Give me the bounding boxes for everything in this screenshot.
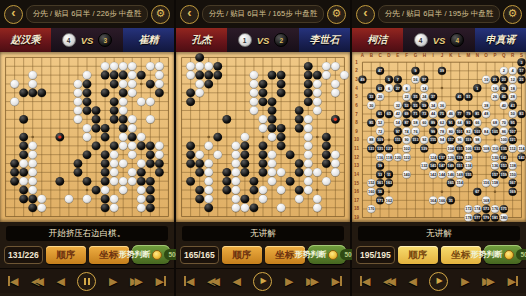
svg-text:92: 92 (422, 138, 426, 142)
svg-text:A: A (361, 53, 365, 58)
move-counter: 195/195 (356, 246, 395, 264)
svg-text:67: 67 (475, 190, 479, 194)
controls-row: 195/195 顺序 坐标 形势判断 500 (352, 241, 526, 268)
svg-text:40: 40 (502, 104, 506, 108)
coin-icon (504, 250, 514, 260)
svg-text:57: 57 (422, 78, 426, 82)
back-button[interactable]: ‹ (356, 5, 375, 24)
game-info-pill: 分先 / 贴目 6目半 / 226步 中盘胜 (26, 5, 148, 23)
svg-text:155: 155 (465, 173, 471, 177)
white-stone-badge: 1 (238, 33, 252, 47)
player-right-area: 申真谞 (475, 28, 526, 52)
svg-text:2: 2 (503, 69, 505, 73)
svg-text:173: 173 (483, 207, 489, 211)
svg-text:109: 109 (377, 138, 383, 142)
svg-text:101: 101 (456, 130, 462, 134)
svg-text:M: M (467, 53, 471, 58)
svg-text:87: 87 (404, 121, 408, 125)
svg-text:38: 38 (484, 104, 488, 108)
svg-text:86: 86 (502, 130, 506, 134)
player-left-area: 柯洁 (352, 28, 403, 52)
svg-text:13: 13 (378, 173, 382, 177)
svg-text:115: 115 (430, 138, 436, 142)
svg-text:161: 161 (377, 182, 383, 186)
gear-icon: ⚙ (332, 7, 342, 19)
svg-text:36: 36 (440, 104, 444, 108)
svg-text:93: 93 (466, 121, 470, 125)
judge-button[interactable]: 形势判断 500 (308, 245, 346, 264)
svg-text:46: 46 (449, 112, 453, 116)
order-button[interactable]: 顺序 (46, 246, 86, 264)
svg-text:127: 127 (386, 147, 392, 151)
top-bar: ‹ 分先 / 贴目 6目半 / 165步 中盘胜 ⚙ (176, 0, 350, 28)
svg-text:72: 72 (378, 130, 382, 134)
player-right-name: 申真谞 (486, 33, 516, 47)
svg-text:25: 25 (519, 78, 523, 82)
svg-text:12: 12 (354, 155, 360, 160)
svg-text:99: 99 (431, 130, 435, 134)
svg-text:52: 52 (378, 121, 382, 125)
svg-text:7: 7 (397, 78, 399, 82)
step-forward-button[interactable]: ▶ (461, 276, 469, 287)
player-left-area: 赵汉乘 (0, 28, 51, 52)
svg-text:158: 158 (492, 182, 498, 186)
svg-text:13: 13 (354, 163, 360, 168)
game-info-pill: 分先 / 贴目 6目半 / 165步 中盘胜 (202, 5, 324, 23)
svg-text:16: 16 (493, 87, 497, 91)
svg-text:98: 98 (475, 138, 479, 142)
svg-text:D: D (387, 53, 391, 58)
svg-text:91: 91 (449, 121, 453, 125)
move-counter: 165/165 (180, 246, 219, 264)
svg-text:28: 28 (511, 95, 515, 99)
svg-text:104: 104 (448, 147, 455, 151)
svg-text:82: 82 (466, 130, 470, 134)
settings-button[interactable]: ⚙ (151, 5, 170, 24)
skip-to-start-button[interactable]: ◀ (360, 276, 370, 287)
svg-text:50: 50 (511, 112, 515, 116)
vs-label: VS (81, 35, 94, 46)
svg-text:3: 3 (355, 77, 358, 82)
pause-icon (88, 278, 90, 285)
svg-text:10: 10 (484, 78, 488, 82)
svg-text:118: 118 (386, 156, 392, 160)
play-pause-button[interactable]: ▶ (253, 272, 272, 291)
svg-text:103: 103 (474, 130, 480, 134)
step-back-button[interactable]: ◀ (56, 276, 64, 287)
svg-text:70: 70 (502, 121, 506, 125)
svg-text:11: 11 (354, 146, 359, 151)
svg-text:137: 137 (439, 156, 445, 160)
svg-text:E: E (396, 53, 399, 58)
svg-text:J: J (441, 53, 444, 58)
top-bar: ‹ 分先 / 贴目 6目半 / 195步 中盘胜 ⚙ (352, 0, 526, 28)
svg-text:140: 140 (403, 173, 409, 177)
game-panel-3: ‹ 分先 / 贴目 6目半 / 195步 中盘胜 ⚙ 柯洁 4 VS 4 申真谞… (352, 0, 526, 296)
judge-label: 形势判断 (294, 249, 326, 260)
black-stone-badge: 4 (450, 33, 464, 47)
playback-bar: ◀ ◀◀ ◀ ▶ ▶ ▶▶ ▶ (176, 268, 350, 293)
svg-text:108: 108 (483, 147, 489, 151)
player-right-area: 崔精 (123, 28, 174, 52)
svg-text:138: 138 (509, 164, 515, 168)
svg-text:141: 141 (501, 156, 507, 160)
svg-text:16: 16 (354, 189, 360, 194)
svg-text:152: 152 (368, 182, 374, 186)
back-icon: ‹ (363, 5, 367, 20)
svg-text:R: R (511, 53, 515, 58)
svg-text:160: 160 (368, 190, 374, 194)
svg-text:178: 178 (465, 216, 471, 220)
order-button[interactable]: 顺序 (398, 246, 438, 264)
vs-label: VS (257, 35, 270, 46)
svg-text:G: G (414, 53, 418, 58)
svg-text:148: 148 (456, 173, 462, 177)
svg-text:45: 45 (502, 95, 506, 99)
svg-text:163: 163 (386, 182, 392, 186)
vs-area: 4 VS 4 (403, 28, 475, 52)
svg-text:110: 110 (492, 147, 498, 151)
svg-text:18: 18 (511, 87, 515, 91)
svg-text:41: 41 (458, 95, 462, 99)
fast-forward-button[interactable]: ▶▶ (482, 276, 495, 287)
svg-text:116: 116 (377, 156, 383, 160)
svg-text:100: 100 (501, 138, 507, 142)
player-left-name: 孔杰 (192, 33, 212, 47)
player-bar: 孔杰 1 VS 2 李世石 (176, 28, 350, 52)
svg-text:14: 14 (354, 172, 360, 177)
settings-button[interactable]: ⚙ (327, 5, 346, 24)
svg-text:167: 167 (509, 182, 515, 186)
controls-row: 131/226 顺序 坐标 形势判断 500 (0, 241, 174, 268)
svg-text:177: 177 (474, 216, 480, 220)
back-button[interactable]: ‹ (180, 5, 199, 24)
svg-text:151: 151 (456, 164, 462, 168)
svg-text:56: 56 (413, 78, 417, 82)
skip-to-start-button[interactable]: ◀ (8, 276, 18, 287)
svg-text:53: 53 (404, 104, 408, 108)
svg-text:95: 95 (511, 121, 515, 125)
go-app-triple-view: ‹ 分先 / 贴目 6目半 / 226步 中盘胜 ⚙ 赵汉乘 4 VS 3 崔精… (0, 0, 526, 296)
svg-text:I: I (432, 53, 433, 58)
player-left-name: 赵汉乘 (11, 33, 41, 47)
svg-text:129: 129 (421, 147, 427, 151)
vs-area: 4 VS 3 (51, 28, 123, 52)
svg-text:55: 55 (413, 104, 417, 108)
svg-text:117: 117 (448, 138, 454, 142)
svg-text:6: 6 (355, 103, 358, 108)
play-icon: ▶ (260, 277, 266, 285)
player-right-area: 李世石 (299, 28, 350, 52)
svg-text:27: 27 (396, 87, 400, 91)
svg-text:112: 112 (510, 147, 516, 151)
svg-text:17: 17 (519, 69, 523, 73)
svg-text:L: L (458, 53, 461, 58)
svg-text:166: 166 (439, 199, 445, 203)
svg-text:31: 31 (449, 199, 453, 203)
svg-text:26: 26 (493, 95, 497, 99)
svg-text:78: 78 (440, 130, 444, 134)
svg-text:150: 150 (509, 173, 515, 177)
game-panel-2: ‹ 分先 / 贴目 6目半 / 165步 中盘胜 ⚙ 孔杰 1 VS 2 李世石… (176, 0, 350, 296)
fast-forward-button[interactable]: ▶▶ (306, 276, 319, 287)
judge-label: 形势判断 (470, 249, 502, 260)
player-bar: 赵汉乘 4 VS 3 崔精 (0, 28, 174, 52)
svg-text:176: 176 (492, 207, 498, 211)
svg-text:144: 144 (439, 173, 446, 177)
svg-text:165: 165 (448, 182, 454, 186)
svg-text:S: S (520, 53, 523, 58)
player-bar: 柯洁 4 VS 4 申真谞 (352, 28, 526, 52)
svg-text:179: 179 (483, 216, 489, 220)
go-board[interactable] (0, 52, 174, 222)
svg-text:65: 65 (387, 112, 391, 116)
go-board[interactable]: ABCDEFGHIJKLMNOPQRS123456789101112131415… (352, 52, 526, 222)
svg-text:10: 10 (354, 137, 360, 142)
svg-text:121: 121 (509, 138, 515, 142)
svg-text:174: 174 (474, 207, 481, 211)
svg-text:145: 145 (430, 164, 436, 168)
svg-text:6: 6 (388, 87, 390, 91)
svg-text:23: 23 (502, 78, 506, 82)
svg-text:15: 15 (378, 190, 382, 194)
svg-text:59: 59 (422, 104, 426, 108)
svg-text:123: 123 (368, 147, 374, 151)
svg-text:39: 39 (440, 69, 444, 73)
svg-text:33: 33 (369, 95, 373, 99)
back-icon: ‹ (187, 5, 191, 20)
svg-text:156: 156 (483, 182, 489, 186)
svg-text:135: 135 (501, 147, 507, 151)
svg-text:97: 97 (396, 130, 400, 134)
move-counter: 131/226 (4, 246, 43, 264)
svg-text:35: 35 (413, 95, 417, 99)
svg-text:143: 143 (518, 156, 524, 160)
svg-text:107: 107 (509, 130, 515, 134)
svg-text:105: 105 (492, 130, 498, 134)
vs-area: 1 VS 2 (227, 28, 299, 52)
commentary-bar: 无讲解 (182, 226, 344, 241)
svg-text:154: 154 (456, 182, 463, 186)
step-back-button[interactable]: ◀ (408, 276, 416, 287)
gear-icon: ⚙ (508, 7, 518, 19)
svg-text:18: 18 (354, 207, 360, 212)
svg-text:58: 58 (413, 121, 417, 125)
svg-text:162: 162 (386, 199, 392, 203)
player-right-name: 崔精 (139, 33, 159, 47)
rewind-button[interactable]: ◀◀ (207, 276, 220, 287)
svg-text:K: K (449, 53, 453, 58)
svg-text:30: 30 (369, 104, 373, 108)
svg-text:73: 73 (422, 112, 426, 116)
rewind-button[interactable]: ◀◀ (383, 276, 396, 287)
step-forward-button[interactable]: ▶ (109, 276, 117, 287)
svg-text:114: 114 (518, 147, 525, 151)
svg-text:76: 76 (413, 130, 417, 134)
svg-text:3: 3 (520, 61, 522, 65)
svg-text:77: 77 (458, 112, 462, 116)
step-forward-button[interactable]: ▶ (285, 276, 293, 287)
coin-count: 500 (516, 249, 526, 260)
svg-text:21: 21 (493, 78, 497, 82)
svg-text:19: 19 (378, 164, 382, 168)
svg-text:71: 71 (413, 112, 417, 116)
svg-text:N: N (476, 53, 479, 58)
svg-text:51: 51 (466, 95, 470, 99)
svg-text:130: 130 (492, 156, 498, 160)
pause-icon (84, 278, 86, 285)
svg-text:96: 96 (458, 138, 462, 142)
svg-text:120: 120 (395, 156, 401, 160)
svg-text:32: 32 (396, 104, 400, 108)
svg-text:119: 119 (465, 138, 471, 142)
svg-text:2: 2 (355, 68, 358, 73)
order-button[interactable]: 顺序 (222, 246, 262, 264)
controls-row: 165/165 顺序 坐标 形势判断 500 (176, 241, 350, 268)
back-button[interactable]: ‹ (4, 5, 23, 24)
svg-text:B: B (370, 53, 374, 58)
svg-text:159: 159 (501, 173, 507, 177)
top-bar: ‹ 分先 / 贴目 6目半 / 226步 中盘胜 ⚙ (0, 0, 174, 28)
svg-text:168: 168 (483, 199, 489, 203)
playback-bar: ◀ ◀◀ ◀ ▶ ▶ ▶▶ ▶ (0, 268, 174, 293)
svg-text:75: 75 (440, 112, 444, 116)
svg-text:1: 1 (355, 60, 358, 65)
go-board[interactable] (176, 52, 350, 222)
coin-icon (152, 250, 162, 260)
commentary-bar: 无讲解 (358, 226, 520, 241)
commentary-bar: 开始挤压右边白棋。 (6, 226, 168, 241)
skip-to-end-button[interactable]: ▶ (155, 276, 165, 287)
svg-text:C: C (378, 53, 382, 58)
svg-text:146: 146 (448, 173, 454, 177)
svg-text:124: 124 (430, 156, 437, 160)
svg-text:147: 147 (439, 164, 445, 168)
black-stone-badge: 3 (98, 33, 112, 47)
svg-text:149: 149 (448, 164, 454, 168)
skip-to-start-button[interactable]: ◀ (184, 276, 194, 287)
svg-text:29: 29 (502, 87, 506, 91)
svg-text:171: 171 (377, 199, 383, 203)
svg-text:66: 66 (475, 121, 479, 125)
svg-text:62: 62 (440, 121, 444, 125)
svg-text:37: 37 (431, 95, 435, 99)
game-panel-1: ‹ 分先 / 贴目 6目半 / 226步 中盘胜 ⚙ 赵汉乘 4 VS 3 崔精… (0, 0, 174, 296)
svg-text:83: 83 (519, 112, 523, 116)
svg-text:90: 90 (404, 138, 408, 142)
svg-text:O: O (484, 53, 488, 58)
svg-text:79: 79 (466, 112, 470, 116)
svg-text:132: 132 (421, 164, 427, 168)
fast-forward-button[interactable]: ▶▶ (130, 276, 143, 287)
svg-text:181: 181 (492, 216, 498, 220)
white-stone-badge: 4 (62, 33, 76, 47)
svg-text:68: 68 (493, 121, 497, 125)
svg-text:126: 126 (448, 156, 454, 160)
svg-text:133: 133 (474, 147, 480, 151)
black-stone-badge: 2 (274, 33, 288, 47)
back-icon: ‹ (11, 5, 15, 20)
svg-text:48: 48 (484, 112, 488, 116)
svg-text:8: 8 (406, 87, 408, 91)
svg-text:8: 8 (355, 120, 358, 125)
svg-text:89: 89 (431, 121, 435, 125)
settings-button[interactable]: ⚙ (503, 5, 522, 24)
white-stone-badge: 4 (414, 33, 428, 47)
svg-text:134: 134 (465, 164, 472, 168)
svg-text:106: 106 (465, 147, 471, 151)
svg-text:169: 169 (509, 190, 515, 194)
vs-label: VS (433, 35, 446, 46)
svg-text:20: 20 (378, 95, 382, 99)
svg-text:9: 9 (355, 129, 358, 134)
svg-text:H: H (423, 53, 426, 58)
skip-to-end-button[interactable]: ▶ (507, 276, 517, 287)
play-pause-button[interactable]: ▶ (77, 272, 96, 291)
gear-icon: ⚙ (156, 7, 166, 19)
player-right-name: 李世石 (310, 33, 340, 47)
svg-text:5: 5 (388, 78, 390, 82)
board-area[interactable] (176, 52, 350, 222)
svg-text:139: 139 (456, 156, 462, 160)
svg-text:85: 85 (369, 121, 373, 125)
svg-text:11: 11 (387, 173, 391, 177)
svg-text:19: 19 (354, 215, 360, 220)
judge-button[interactable]: 形势判断 500 (132, 245, 170, 264)
svg-text:60: 60 (422, 121, 426, 125)
svg-text:170: 170 (368, 207, 374, 211)
svg-text:P: P (493, 53, 496, 58)
svg-text:9: 9 (414, 69, 416, 73)
svg-text:111: 111 (395, 138, 401, 142)
board-area[interactable]: ABCDEFGHIJKLMNOPQRS123456789101112131415… (352, 52, 526, 222)
svg-text:47: 47 (378, 69, 382, 73)
svg-text:102: 102 (403, 147, 409, 151)
svg-text:42: 42 (396, 112, 400, 116)
play-pause-button[interactable]: ▶ (429, 272, 448, 291)
rewind-button[interactable]: ◀◀ (31, 276, 44, 287)
svg-text:88: 88 (369, 138, 373, 142)
playback-bar: ◀ ◀◀ ◀ ▶ ▶ ▶▶ ▶ (352, 268, 526, 293)
svg-text:17: 17 (354, 198, 360, 203)
step-back-button[interactable]: ◀ (232, 276, 240, 287)
svg-text:7: 7 (355, 112, 358, 117)
svg-text:4: 4 (355, 86, 358, 91)
board-area[interactable] (0, 52, 174, 222)
svg-text:63: 63 (378, 87, 382, 91)
svg-text:142: 142 (430, 173, 436, 177)
svg-text:F: F (405, 53, 408, 58)
svg-text:128: 128 (465, 156, 471, 160)
svg-text:43: 43 (511, 104, 515, 108)
play-icon: ▶ (436, 277, 442, 285)
svg-text:81: 81 (475, 112, 479, 116)
svg-text:49: 49 (360, 78, 364, 82)
skip-to-end-button[interactable]: ▶ (331, 276, 341, 287)
svg-text:172: 172 (465, 207, 471, 211)
svg-text:164: 164 (430, 199, 437, 203)
svg-text:131: 131 (456, 147, 462, 151)
game-info-pill: 分先 / 贴目 6目半 / 195步 中盘胜 (378, 5, 500, 23)
svg-text:12: 12 (511, 78, 515, 82)
judge-button[interactable]: 形势判断 500 (484, 245, 522, 264)
svg-text:113: 113 (412, 138, 418, 142)
svg-text:Q: Q (502, 53, 506, 58)
svg-text:175: 175 (501, 207, 507, 211)
svg-text:157: 157 (492, 173, 498, 177)
player-left-area: 孔杰 (176, 28, 227, 52)
svg-text:15: 15 (354, 181, 360, 186)
